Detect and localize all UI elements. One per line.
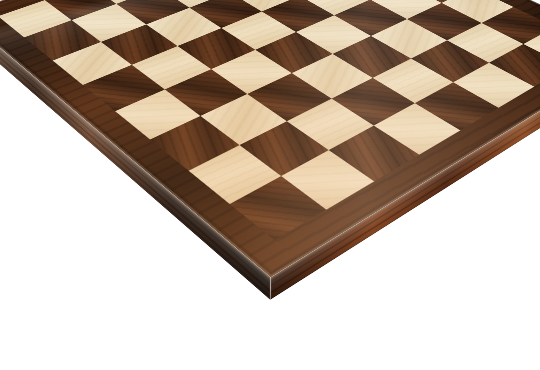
board-square [188,145,281,204]
board-square [255,32,333,73]
board-square [101,24,178,65]
board-square [230,176,327,241]
board-square [178,28,255,69]
board-square [331,78,415,126]
board-square [287,98,374,149]
board-square [292,54,373,98]
board-square [83,65,165,112]
board-square [239,121,329,176]
product-photo: Empty glossy wooden chessboard with dark… [0,0,540,370]
board-square [115,89,201,139]
gloss-reflection-overlay [0,0,540,278]
board-square [165,69,248,116]
board-frame [0,0,540,278]
board-square [411,40,489,82]
board-square [333,36,411,78]
board-square [329,126,419,182]
board-square [212,50,292,94]
board-square [453,62,534,107]
board-square [248,73,331,120]
board-square [52,42,131,85]
board-square [201,94,287,145]
board-square [372,58,453,103]
board-square [150,116,239,170]
board-square [24,20,101,60]
board-square [489,44,540,86]
board-square [415,82,499,130]
board-square [132,46,212,90]
chess-board [0,0,540,278]
board-square [373,103,460,155]
board-square [281,150,374,210]
